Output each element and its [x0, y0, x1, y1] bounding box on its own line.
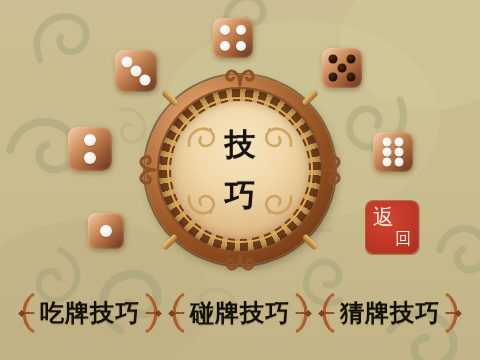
menu-label: 猜牌技巧 [340, 297, 440, 329]
finial-ornament-icon [135, 152, 157, 188]
die-pip [382, 138, 391, 147]
die-pip [395, 138, 404, 147]
die-pip [395, 148, 404, 157]
die-pip [328, 54, 337, 63]
die-pip [347, 73, 356, 82]
die-pip [236, 25, 246, 35]
die-3 [115, 50, 157, 92]
bow-bracket-icon [144, 289, 162, 337]
medallion-char-top: 技 [225, 129, 256, 160]
skill-medallion: 技 巧 [140, 70, 340, 270]
ring-pin-icon [302, 234, 319, 251]
die-6 [373, 132, 413, 172]
die-pip [140, 75, 151, 86]
die-4 [213, 18, 253, 58]
bow-bracket-icon [294, 289, 312, 337]
ring-pin-icon [302, 90, 319, 107]
menu-item-peng-tips[interactable]: 碰牌技巧 [168, 289, 312, 337]
bow-bracket-icon [168, 289, 186, 337]
medallion-title: 技 巧 [171, 101, 309, 239]
die-pip [236, 41, 246, 51]
die-pip [121, 56, 132, 67]
die-pip [84, 152, 96, 164]
die-pip [338, 64, 347, 73]
bow-bracket-icon [444, 289, 462, 337]
finial-ornament-icon [323, 152, 345, 188]
die-1 [88, 213, 124, 249]
die-2 [68, 127, 112, 171]
menu-item-chi-tips[interactable]: 吃牌技巧 [18, 289, 162, 337]
bow-bracket-icon [18, 289, 36, 337]
menu-label: 碰牌技巧 [190, 297, 290, 329]
die-pip [328, 73, 337, 82]
die-pip [220, 25, 230, 35]
die-pip [347, 54, 356, 63]
die-pip [84, 134, 96, 146]
die-pip [220, 41, 230, 51]
back-button-seal[interactable]: 返 回 [366, 201, 418, 253]
die-pip [395, 157, 404, 166]
back-seal-char-2: 回 [395, 231, 411, 247]
die-pip [382, 157, 391, 166]
die-5 [322, 48, 362, 88]
finial-ornament-icon [222, 65, 258, 87]
menu-label: 吃牌技巧 [40, 297, 140, 329]
menu-item-guess-tips[interactable]: 猜牌技巧 [318, 289, 462, 337]
game-screen: 技 巧 返 回 吃牌技巧 碰牌技巧 猜牌技巧 [0, 0, 480, 360]
die-pip [100, 225, 112, 237]
die-pip [131, 66, 142, 77]
ring-pin-icon [162, 234, 179, 251]
finial-ornament-icon [222, 253, 258, 275]
bow-bracket-icon [318, 289, 336, 337]
skills-menu: 吃牌技巧 碰牌技巧 猜牌技巧 [0, 287, 480, 339]
medallion-char-bottom: 巧 [225, 180, 256, 211]
back-seal-char-1: 返 [373, 207, 394, 228]
die-pip [382, 148, 391, 157]
